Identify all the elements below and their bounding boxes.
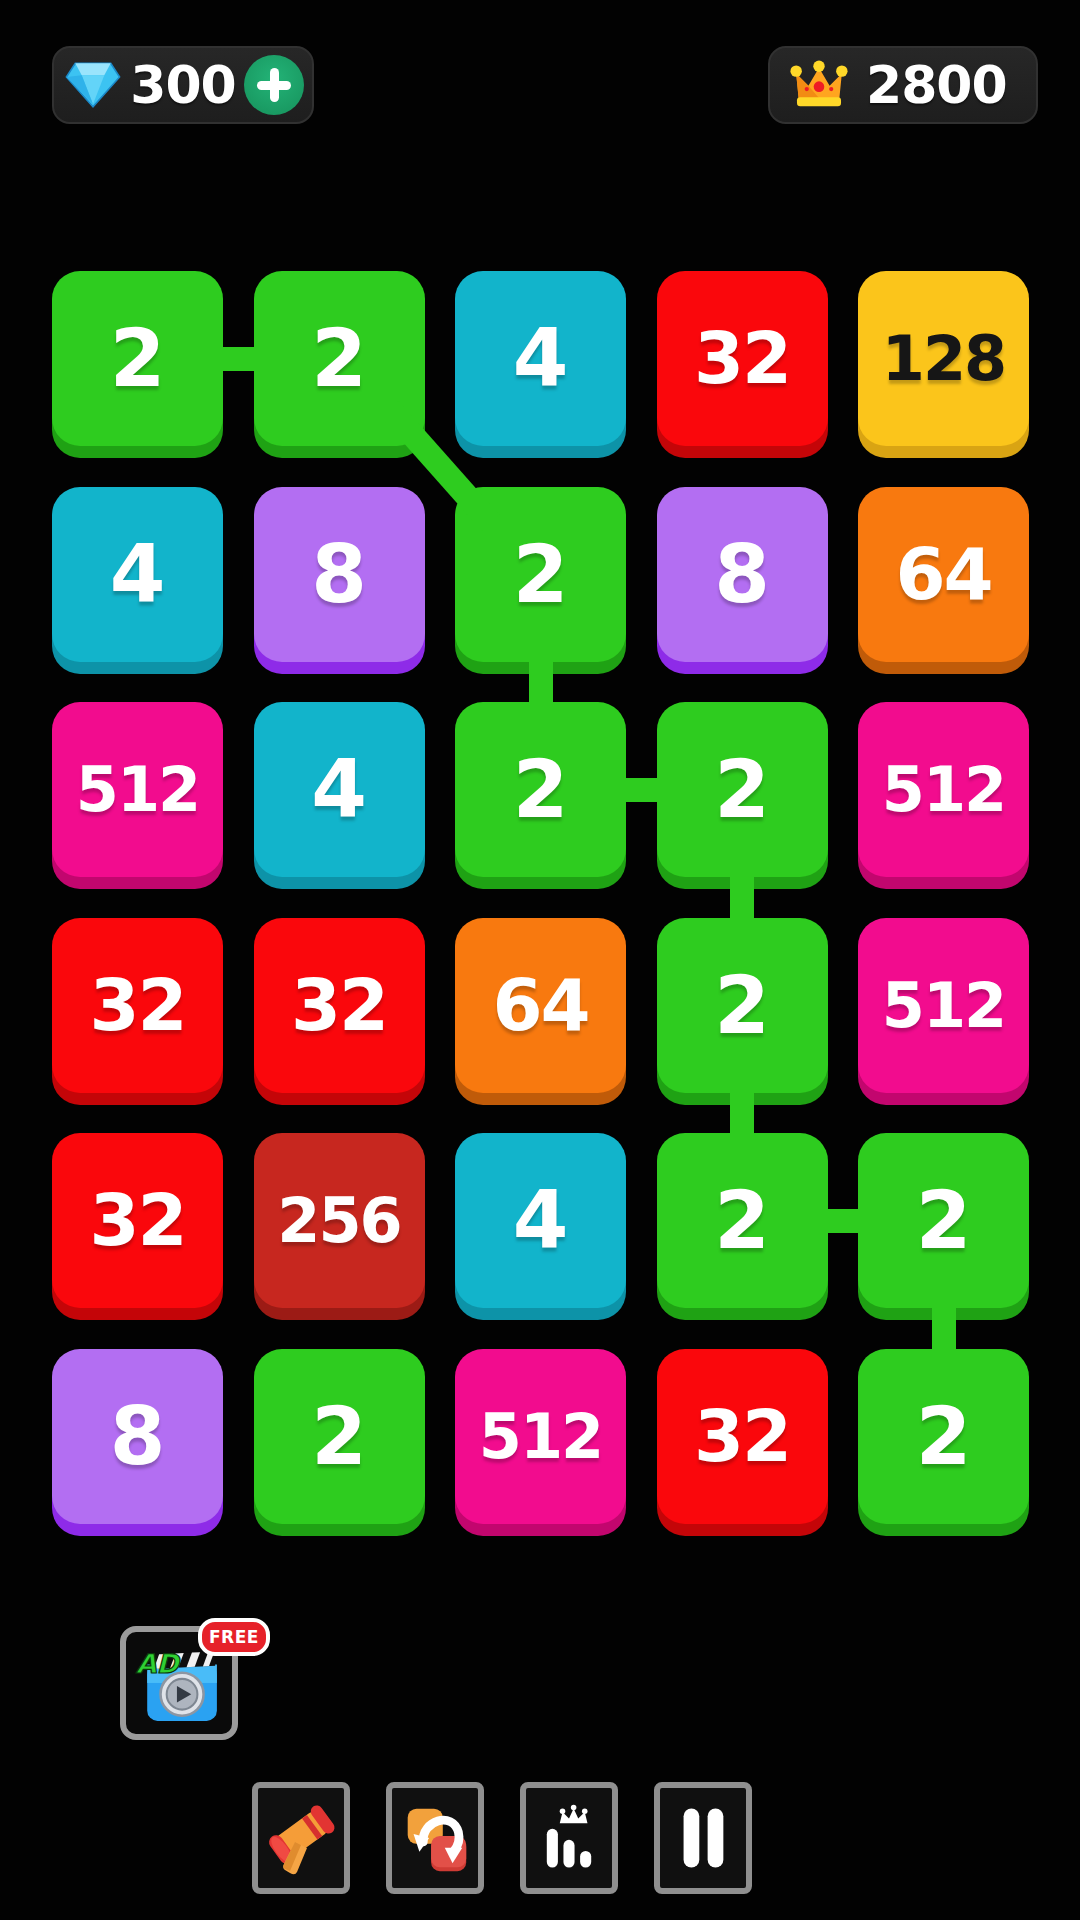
- tile-r0c2[interactable]: 4: [455, 271, 626, 446]
- tile-r4c4[interactable]: 2: [858, 1133, 1029, 1308]
- tile-r3c0[interactable]: 32: [52, 918, 223, 1093]
- tile-r3c4[interactable]: 512: [858, 918, 1029, 1093]
- hammer-button[interactable]: [252, 1782, 350, 1894]
- tile-r4c0[interactable]: 32: [52, 1133, 223, 1308]
- hammer-icon: [261, 1796, 341, 1880]
- tile-r2c0[interactable]: 512: [52, 702, 223, 877]
- tile-r4c1[interactable]: 256: [254, 1133, 425, 1308]
- tile-r2c3[interactable]: 2: [657, 702, 828, 877]
- tile-r5c0[interactable]: 8: [52, 1349, 223, 1524]
- tile-r1c3[interactable]: 8: [657, 487, 828, 662]
- chain-link: [213, 347, 264, 371]
- leaderboard-button[interactable]: [520, 1782, 618, 1894]
- gem-count: 300: [130, 55, 236, 115]
- pause-button[interactable]: [654, 1782, 752, 1894]
- ranking-bars-crown-icon: [532, 1798, 606, 1878]
- tile-r5c1[interactable]: 2: [254, 1349, 425, 1524]
- crown-icon: [788, 58, 850, 112]
- swap-button[interactable]: [386, 1782, 484, 1894]
- tile-r5c4[interactable]: 2: [858, 1349, 1029, 1524]
- pause-icon: [666, 1798, 740, 1878]
- chain-link: [529, 652, 553, 713]
- score-count: 2800: [866, 55, 1007, 115]
- tile-r0c3[interactable]: 32: [657, 271, 828, 446]
- tile-r4c3[interactable]: 2: [657, 1133, 828, 1308]
- tile-r2c2[interactable]: 2: [455, 702, 626, 877]
- gem-icon: [64, 59, 122, 111]
- free-ad-button[interactable]: FREE AD: [120, 1626, 238, 1740]
- gem-counter: 300: [52, 46, 314, 124]
- tile-r2c4[interactable]: 512: [858, 702, 1029, 877]
- chain-link: [932, 1298, 956, 1359]
- game-screen: 300 2800 2243212848286451242251232326425…: [0, 0, 1080, 1920]
- tile-r1c0[interactable]: 4: [52, 487, 223, 662]
- game-board: 2243212848286451242251232326425123225642…: [52, 271, 1030, 1534]
- tile-r0c0[interactable]: 2: [52, 271, 223, 446]
- chain-link: [730, 867, 754, 928]
- swap-icon: [396, 1797, 474, 1879]
- ad-clapperboard-icon: AD: [134, 1644, 226, 1726]
- tile-r5c3[interactable]: 32: [657, 1349, 828, 1524]
- tile-r3c3[interactable]: 2: [657, 918, 828, 1093]
- chain-link: [730, 1083, 754, 1144]
- chain-link: [818, 1209, 869, 1233]
- chain-link: [616, 778, 667, 802]
- plus-icon: [257, 68, 291, 102]
- tile-r5c2[interactable]: 512: [455, 1349, 626, 1524]
- tile-r3c2[interactable]: 64: [455, 918, 626, 1093]
- tile-r4c2[interactable]: 4: [455, 1133, 626, 1308]
- tile-r1c4[interactable]: 64: [858, 487, 1029, 662]
- tile-r0c4[interactable]: 128: [858, 271, 1029, 446]
- tile-r1c1[interactable]: 8: [254, 487, 425, 662]
- free-badge: FREE: [198, 1618, 270, 1656]
- tile-r2c1[interactable]: 4: [254, 702, 425, 877]
- tile-r3c1[interactable]: 32: [254, 918, 425, 1093]
- add-gems-button[interactable]: [244, 55, 304, 115]
- score-counter: 2800: [768, 46, 1038, 124]
